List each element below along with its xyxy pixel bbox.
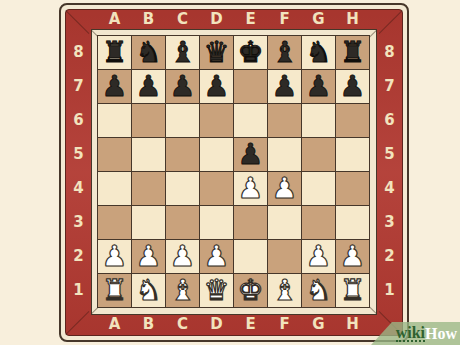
black-knight-g8: ♞ [302,36,335,69]
square-h1: ♜ [336,274,369,307]
square-f2 [268,240,301,273]
square-e7 [234,70,267,103]
black-bishop-f8: ♝ [268,36,301,69]
square-b6 [132,104,165,137]
rank-label-1: 1 [377,274,402,307]
file-label-h: H [336,314,369,335]
square-d8: ♛ [200,36,233,69]
square-a8: ♜ [98,36,131,69]
square-e2 [234,240,267,273]
square-a1: ♜ [98,274,131,307]
square-g4 [302,172,335,205]
square-g6 [302,104,335,137]
square-e1: ♚ [234,274,267,307]
white-pawn-a2: ♟ [98,240,131,273]
square-f4: ♟ [268,172,301,205]
black-king-e8: ♚ [234,36,267,69]
file-label-g: G [302,314,335,335]
square-c2: ♟ [166,240,199,273]
square-b2: ♟ [132,240,165,273]
file-labels-top: ABCDEFGH [98,10,369,29]
file-label-f: F [268,314,301,335]
square-e3 [234,206,267,239]
square-c6 [166,104,199,137]
bevel-mitre-top-right [369,30,377,38]
black-rook-a8: ♜ [98,36,131,69]
square-h7: ♟ [336,70,369,103]
black-pawn-a7: ♟ [98,70,131,103]
black-pawn-d7: ♟ [200,70,233,103]
rank-label-4: 4 [66,172,91,205]
square-h5 [336,138,369,171]
white-queen-d1: ♛ [200,274,233,307]
black-pawn-f7: ♟ [268,70,301,103]
rank-label-7: 7 [66,70,91,103]
square-f1: ♝ [268,274,301,307]
black-pawn-e5: ♟ [234,138,267,171]
board-frame: ABCDEFGH ABCDEFGH 87654321 87654321 ♜♞♝♛… [59,3,409,342]
rank-label-6: 6 [377,104,402,137]
square-e4: ♟ [234,172,267,205]
square-h2: ♟ [336,240,369,273]
wikihow-how-text: How [425,326,457,342]
black-pawn-h7: ♟ [336,70,369,103]
square-h3 [336,206,369,239]
white-pawn-h2: ♟ [336,240,369,273]
board-border: ABCDEFGH ABCDEFGH 87654321 87654321 ♜♞♝♛… [65,9,403,336]
rank-label-8: 8 [66,36,91,69]
file-label-c: C [166,314,199,335]
square-h8: ♜ [336,36,369,69]
black-rook-h8: ♜ [336,36,369,69]
square-c4 [166,172,199,205]
square-c8: ♝ [166,36,199,69]
chess-board: ♜♞♝♛♚♝♞♜♟♟♟♟♟♟♟♟♟♟♟♟♟♟♟♟♜♞♝♛♚♝♞♜ [98,36,369,307]
square-d6 [200,104,233,137]
board-bevel: ♜♞♝♛♚♝♞♜♟♟♟♟♟♟♟♟♟♟♟♟♟♟♟♟♜♞♝♛♚♝♞♜ [91,29,377,315]
frame-mitre-top-left [65,10,89,34]
white-pawn-e4: ♟ [234,172,267,205]
square-e6 [234,104,267,137]
rank-labels-left: 87654321 [66,36,91,307]
rank-label-4: 4 [377,172,402,205]
white-pawn-g2: ♟ [302,240,335,273]
file-label-e: E [234,314,267,335]
chess-diagram: ABCDEFGH ABCDEFGH 87654321 87654321 ♜♞♝♛… [0,0,460,345]
square-c3 [166,206,199,239]
white-knight-g1: ♞ [302,274,335,307]
file-label-f: F [268,10,301,29]
rank-label-3: 3 [377,206,402,239]
square-f5 [268,138,301,171]
square-d3 [200,206,233,239]
square-e5: ♟ [234,138,267,171]
rank-label-3: 3 [66,206,91,239]
square-g5 [302,138,335,171]
square-a7: ♟ [98,70,131,103]
square-f6 [268,104,301,137]
square-a6 [98,104,131,137]
square-c5 [166,138,199,171]
rank-label-2: 2 [66,240,91,273]
square-g3 [302,206,335,239]
square-d7: ♟ [200,70,233,103]
file-label-b: B [132,314,165,335]
square-g1: ♞ [302,274,335,307]
rank-label-1: 1 [66,274,91,307]
white-pawn-d2: ♟ [200,240,233,273]
square-h4 [336,172,369,205]
square-a2: ♟ [98,240,131,273]
white-knight-b1: ♞ [132,274,165,307]
file-label-e: E [234,10,267,29]
square-g2: ♟ [302,240,335,273]
rank-label-5: 5 [377,138,402,171]
white-pawn-c2: ♟ [166,240,199,273]
square-g7: ♟ [302,70,335,103]
rank-label-6: 6 [66,104,91,137]
square-b5 [132,138,165,171]
file-label-a: A [98,314,131,335]
rank-labels-right: 87654321 [377,36,402,307]
square-g8: ♞ [302,36,335,69]
rank-label-8: 8 [377,36,402,69]
square-f7: ♟ [268,70,301,103]
white-bishop-f1: ♝ [268,274,301,307]
square-d5 [200,138,233,171]
square-d2: ♟ [200,240,233,273]
file-label-c: C [166,10,199,29]
frame-mitre-bottom-left [65,311,89,335]
bevel-mitre-bottom-right [369,306,377,314]
rank-label-5: 5 [66,138,91,171]
square-c7: ♟ [166,70,199,103]
wikihow-wiki-text: wiki [396,326,425,342]
file-labels-bottom: ABCDEFGH [98,314,369,335]
black-queen-d8: ♛ [200,36,233,69]
square-c1: ♝ [166,274,199,307]
square-f3 [268,206,301,239]
rank-label-7: 7 [377,70,402,103]
square-d4 [200,172,233,205]
file-label-g: G [302,10,335,29]
square-a5 [98,138,131,171]
file-label-h: H [336,10,369,29]
white-rook-a1: ♜ [98,274,131,307]
file-label-d: D [200,10,233,29]
frame-mitre-top-right [379,10,403,34]
square-d1: ♛ [200,274,233,307]
square-a3 [98,206,131,239]
white-rook-h1: ♜ [336,274,369,307]
rank-label-2: 2 [377,240,402,273]
file-label-a: A [98,10,131,29]
square-b4 [132,172,165,205]
square-f8: ♝ [268,36,301,69]
black-knight-b8: ♞ [132,36,165,69]
black-pawn-c7: ♟ [166,70,199,103]
white-pawn-b2: ♟ [132,240,165,273]
square-h6 [336,104,369,137]
square-b7: ♟ [132,70,165,103]
white-king-e1: ♚ [234,274,267,307]
square-b3 [132,206,165,239]
square-a4 [98,172,131,205]
square-e8: ♚ [234,36,267,69]
file-label-b: B [132,10,165,29]
white-bishop-c1: ♝ [166,274,199,307]
white-pawn-f4: ♟ [268,172,301,205]
bevel-mitre-bottom-left [91,306,99,314]
black-bishop-c8: ♝ [166,36,199,69]
black-pawn-g7: ♟ [302,70,335,103]
black-pawn-b7: ♟ [132,70,165,103]
square-b8: ♞ [132,36,165,69]
square-b1: ♞ [132,274,165,307]
file-label-d: D [200,314,233,335]
